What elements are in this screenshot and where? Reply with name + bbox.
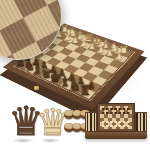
brass-clasp (34, 86, 39, 90)
piece-shadow (40, 138, 60, 143)
backgammon-tray-right (135, 112, 147, 132)
square: ♜ (119, 49, 133, 57)
mini-chess-board (97, 103, 135, 132)
dark-queen-thumbnail: ♛ (8, 101, 38, 141)
piece-shadow (12, 138, 34, 143)
trays-and-board (85, 103, 147, 132)
white-pawn: ♟ (98, 49, 120, 58)
light-queen-icon: ♛ (36, 104, 64, 141)
square (85, 57, 100, 66)
mini-light-pieces (101, 120, 131, 128)
board-with-trays-thumbnail (85, 103, 147, 143)
light-queen-thumbnail: ♛ (36, 104, 64, 141)
dark-queen-icon: ♛ (8, 101, 38, 141)
mini-board-base (85, 132, 147, 139)
backgammon-tray-left (85, 112, 97, 132)
square: ♞ (110, 46, 124, 54)
mini-dark-pieces (101, 107, 131, 115)
square: ♜ (79, 88, 96, 99)
mini-board-squares (100, 106, 132, 129)
